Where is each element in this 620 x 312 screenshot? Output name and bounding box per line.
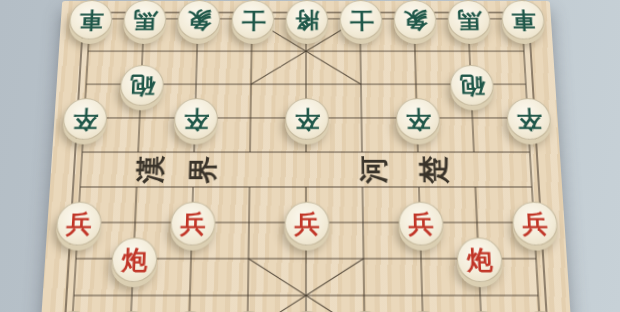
piece-character: 士 <box>241 9 265 31</box>
xiangqi-board: 漢界河楚車馬象士將士象馬車砲砲卒卒卒卒卒兵兵兵兵兵炮炮車馬相仕帥仕相馬車 <box>38 1 573 312</box>
piece-character: 士 <box>349 9 373 31</box>
piece-red-soldier[interactable]: 兵 <box>285 202 330 246</box>
piece-character: 將 <box>295 9 319 31</box>
piece-character: 兵 <box>66 211 93 236</box>
piece-green-advisor[interactable]: 士 <box>340 0 383 39</box>
piece-character: 象 <box>187 9 212 31</box>
piece-character: 卒 <box>183 107 208 131</box>
piece-character: 象 <box>403 9 428 31</box>
piece-character: 炮 <box>466 247 493 272</box>
piece-character: 車 <box>510 9 535 31</box>
piece-red-soldier[interactable]: 兵 <box>398 202 444 246</box>
piece-character: 卒 <box>72 107 98 131</box>
board-perspective-wrap: 漢界河楚車馬象士將士象馬車砲砲卒卒卒卒卒兵兵兵兵兵炮炮車馬相仕帥仕相馬車 <box>38 1 573 312</box>
piece-green-elephant[interactable]: 象 <box>393 0 437 39</box>
piece-character: 卒 <box>516 107 542 131</box>
piece-character: 車 <box>78 9 103 31</box>
piece-character: 兵 <box>294 211 320 236</box>
piece-character: 卒 <box>295 107 320 131</box>
piece-character: 卒 <box>405 107 430 131</box>
piece-character: 砲 <box>129 74 155 97</box>
piece-green-advisor[interactable]: 士 <box>231 0 274 39</box>
piece-character: 兵 <box>408 211 434 236</box>
piece-character: 馬 <box>457 9 482 31</box>
piece-green-horse[interactable]: 馬 <box>447 0 491 39</box>
piece-character: 馬 <box>132 9 157 31</box>
piece-green-soldier[interactable]: 卒 <box>396 98 441 139</box>
scene: 漢界河楚車馬象士將士象馬車砲砲卒卒卒卒卒兵兵兵兵兵炮炮車馬相仕帥仕相馬車 <box>0 0 620 312</box>
piece-green-general[interactable]: 將 <box>286 0 329 39</box>
piece-character: 炮 <box>121 247 148 272</box>
piece-character: 兵 <box>522 211 549 236</box>
piece-green-soldier[interactable]: 卒 <box>285 98 329 139</box>
piece-character: 兵 <box>180 211 206 236</box>
piece-character: 砲 <box>459 74 485 97</box>
